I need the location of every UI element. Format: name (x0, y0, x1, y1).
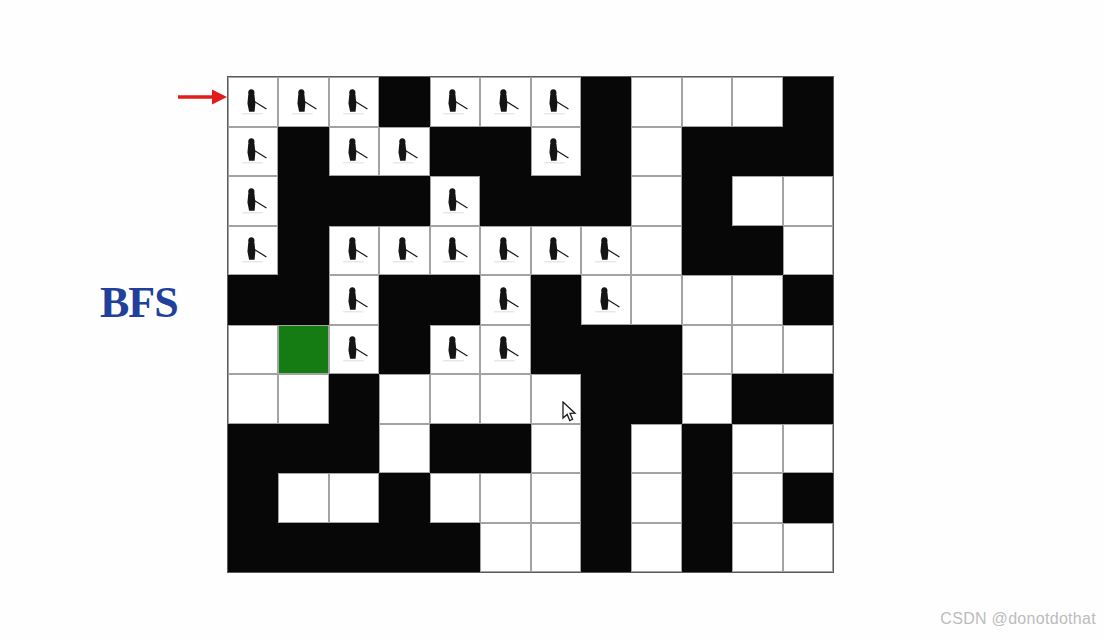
cell-r6c10-open (682, 325, 732, 375)
cell-r8c9-open (631, 424, 681, 474)
cell-r8c11-open (732, 424, 782, 474)
explorer-figure-icon (539, 88, 572, 116)
cell-r5c12-wall (783, 275, 833, 325)
cell-r7c3-wall (329, 374, 379, 424)
cell-r9c4-wall (379, 473, 429, 523)
cell-r8c1-wall (228, 424, 278, 474)
cell-r1c6-visited-explorer-figure (480, 77, 530, 127)
explorer-figure-icon (338, 286, 371, 314)
explorer-figure-icon (438, 187, 471, 215)
explorer-figure-icon (287, 88, 320, 116)
cell-r9c10-wall (682, 473, 732, 523)
cell-r9c12-wall (783, 473, 833, 523)
cell-r5c8-visited-explorer-figure (581, 275, 631, 325)
cell-r5c3-visited-explorer-figure (329, 275, 379, 325)
cell-r6c8-wall (581, 325, 631, 375)
cell-r7c4-open (379, 374, 429, 424)
cell-r1c9-open (631, 77, 681, 127)
explorer-figure-icon (338, 335, 371, 363)
cell-r2c1-visited-explorer-figure (228, 127, 278, 177)
maze-board (227, 76, 834, 573)
cell-r4c5-visited-explorer-figure (430, 226, 480, 276)
cell-r6c12-open (783, 325, 833, 375)
cell-r3c9-open (631, 176, 681, 226)
cell-r5c7-wall (531, 275, 581, 325)
cell-r10c1-wall (228, 523, 278, 573)
cell-r9c1-wall (228, 473, 278, 523)
cell-r1c3-visited-explorer-figure (329, 77, 379, 127)
algorithm-label: BFS (100, 281, 178, 325)
cell-r2c5-wall (430, 127, 480, 177)
cell-r8c10-wall (682, 424, 732, 474)
cell-r5c11-open (732, 275, 782, 325)
cell-r3c8-wall (581, 176, 631, 226)
cell-r9c2-open (278, 473, 328, 523)
cell-r2c12-wall (783, 127, 833, 177)
cell-r9c8-wall (581, 473, 631, 523)
explorer-figure-icon (338, 88, 371, 116)
cell-r10c4-wall (379, 523, 429, 573)
cell-r10c6-open (480, 523, 530, 573)
cell-r1c5-visited-explorer-figure (430, 77, 480, 127)
cell-r3c11-open (732, 176, 782, 226)
cell-r3c4-wall (379, 176, 429, 226)
cell-r8c8-wall (581, 424, 631, 474)
cell-r8c2-wall (278, 424, 328, 474)
cell-r10c10-wall (682, 523, 732, 573)
cell-r10c3-wall (329, 523, 379, 573)
cell-r1c7-visited-explorer-figure (531, 77, 581, 127)
explorer-figure-icon (489, 88, 522, 116)
cell-r8c7-open (531, 424, 581, 474)
cell-r6c11-open (732, 325, 782, 375)
cell-r6c6-visited-explorer-figure (480, 325, 530, 375)
cell-r1c10-open (682, 77, 732, 127)
cell-r4c1-visited-explorer-figure (228, 226, 278, 276)
cell-r3c7-wall (531, 176, 581, 226)
cell-r5c6-visited-explorer-figure (480, 275, 530, 325)
explorer-figure-icon (237, 137, 270, 165)
cell-r7c11-wall (732, 374, 782, 424)
explorer-figure-icon (489, 286, 522, 314)
cell-r4c3-visited-explorer-figure (329, 226, 379, 276)
explorer-figure-icon (489, 335, 522, 363)
cell-r7c8-wall (581, 374, 631, 424)
cell-r1c12-wall (783, 77, 833, 127)
cell-r4c6-visited-explorer-figure (480, 226, 530, 276)
cell-r4c12-open (783, 226, 833, 276)
cell-r6c9-wall (631, 325, 681, 375)
cell-r6c1-open (228, 325, 278, 375)
cell-r7c9-wall (631, 374, 681, 424)
explorer-figure-icon (388, 137, 421, 165)
cell-r9c6-open (480, 473, 530, 523)
explorer-figure-icon (539, 236, 572, 264)
explorer-figure-icon (237, 236, 270, 264)
cell-r4c4-visited-explorer-figure (379, 226, 429, 276)
cell-r2c9-open (631, 127, 681, 177)
cell-r1c4-wall (379, 77, 429, 127)
cell-r1c1-visited-explorer-figure (228, 77, 278, 127)
explorer-figure-icon (388, 236, 421, 264)
cell-r1c8-wall (581, 77, 631, 127)
explorer-figure-icon (438, 335, 471, 363)
cell-r9c11-open (732, 473, 782, 523)
explorer-figure-icon (590, 236, 623, 264)
cell-r5c4-wall (379, 275, 429, 325)
explorer-figure-icon (237, 187, 270, 215)
cell-r3c10-wall (682, 176, 732, 226)
cell-r10c9-open (631, 523, 681, 573)
start-arrow-icon (176, 87, 228, 107)
explorer-figure-icon (438, 88, 471, 116)
cell-r2c3-visited-explorer-figure (329, 127, 379, 177)
cell-r6c2-goal-green (278, 325, 328, 375)
cell-r3c2-wall (278, 176, 328, 226)
cell-r9c5-open (430, 473, 480, 523)
cell-r3c12-open (783, 176, 833, 226)
cell-r2c7-visited-explorer-figure (531, 127, 581, 177)
cell-r9c9-open (631, 473, 681, 523)
cell-r3c3-wall (329, 176, 379, 226)
cell-r2c10-wall (682, 127, 732, 177)
cell-r2c11-wall (732, 127, 782, 177)
cell-r8c4-open (379, 424, 429, 474)
cell-r9c7-open (531, 473, 581, 523)
explorer-figure-icon (338, 137, 371, 165)
cell-r4c7-visited-explorer-figure (531, 226, 581, 276)
explorer-figure-icon (237, 88, 270, 116)
cell-r5c2-wall (278, 275, 328, 325)
cell-r10c7-open (531, 523, 581, 573)
cell-r5c5-wall (430, 275, 480, 325)
cell-r10c11-open (732, 523, 782, 573)
cell-r4c11-wall (732, 226, 782, 276)
cell-r10c8-wall (581, 523, 631, 573)
cell-r7c2-open (278, 374, 328, 424)
cell-r8c3-wall (329, 424, 379, 474)
cell-r2c2-wall (278, 127, 328, 177)
cell-r8c6-wall (480, 424, 530, 474)
cell-r7c10-open (682, 374, 732, 424)
cell-r1c11-open (732, 77, 782, 127)
cell-r4c8-visited-explorer-figure (581, 226, 631, 276)
explorer-figure-icon (338, 236, 371, 264)
cell-r3c6-wall (480, 176, 530, 226)
cell-r7c12-wall (783, 374, 833, 424)
cell-r4c2-wall (278, 226, 328, 276)
cell-r1c2-visited-explorer-figure (278, 77, 328, 127)
cell-r2c8-wall (581, 127, 631, 177)
cell-r10c2-wall (278, 523, 328, 573)
cell-r5c1-wall (228, 275, 278, 325)
cell-r7c5-open (430, 374, 480, 424)
explorer-figure-icon (539, 137, 572, 165)
cell-r10c5-wall (430, 523, 480, 573)
cell-r6c7-wall (531, 325, 581, 375)
cell-r5c10-open (682, 275, 732, 325)
cell-r4c9-open (631, 226, 681, 276)
csdn-watermark: CSDN @donotdothat (940, 610, 1096, 628)
cell-r4c10-wall (682, 226, 732, 276)
cell-r10c12-open (783, 523, 833, 573)
cell-r2c6-wall (480, 127, 530, 177)
cell-r7c1-open (228, 374, 278, 424)
cell-r6c3-visited-explorer-figure (329, 325, 379, 375)
mouse-cursor-icon (561, 401, 577, 423)
explorer-figure-icon (489, 236, 522, 264)
cell-r8c12-open (783, 424, 833, 474)
bfs-visualization-frame: BFS CSDN @donotdothat (0, 0, 1105, 640)
cell-r3c1-visited-explorer-figure (228, 176, 278, 226)
cell-r6c4-wall (379, 325, 429, 375)
cell-r6c5-visited-explorer-figure (430, 325, 480, 375)
cell-r2c4-visited-explorer-figure (379, 127, 429, 177)
cell-r3c5-visited-explorer-figure (430, 176, 480, 226)
explorer-figure-icon (590, 286, 623, 314)
explorer-figure-icon (438, 236, 471, 264)
cell-r9c3-open (329, 473, 379, 523)
cell-r5c9-open (631, 275, 681, 325)
cell-r7c6-open (480, 374, 530, 424)
cell-r8c5-wall (430, 424, 480, 474)
